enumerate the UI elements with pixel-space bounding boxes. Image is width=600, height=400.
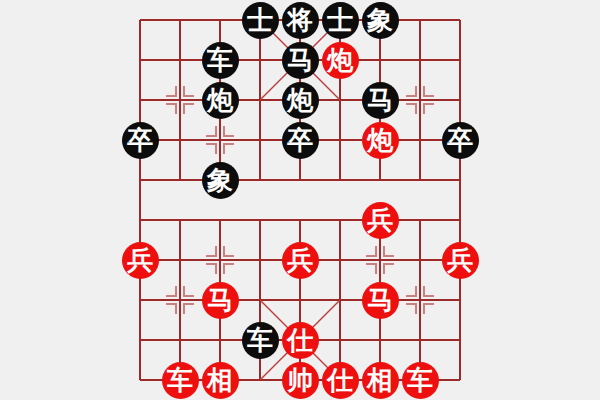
point-marker xyxy=(400,280,440,320)
red-soldier[interactable]: 兵 xyxy=(442,242,479,279)
black-chariot[interactable]: 车 xyxy=(242,322,279,359)
black-chariot[interactable]: 车 xyxy=(202,42,239,79)
red-horse[interactable]: 马 xyxy=(202,282,239,319)
black-soldier[interactable]: 卒 xyxy=(442,122,479,159)
red-cannon[interactable]: 炮 xyxy=(322,42,359,79)
black-advisor[interactable]: 士 xyxy=(322,2,359,39)
xiangqi-board: 士将士象车马炮炮炮马卒卒炮卒象兵兵兵兵马马车仕车相帅仕相车 xyxy=(120,0,480,400)
black-elephant[interactable]: 象 xyxy=(202,162,239,199)
red-advisor[interactable]: 仕 xyxy=(322,362,359,399)
point-marker xyxy=(160,280,200,320)
red-elephant[interactable]: 相 xyxy=(202,362,239,399)
red-cannon[interactable]: 炮 xyxy=(362,122,399,159)
red-chariot[interactable]: 车 xyxy=(162,362,199,399)
black-general[interactable]: 将 xyxy=(282,2,319,39)
red-soldier[interactable]: 兵 xyxy=(282,242,319,279)
black-elephant[interactable]: 象 xyxy=(362,2,399,39)
point-marker xyxy=(400,80,440,120)
black-soldier[interactable]: 卒 xyxy=(282,122,319,159)
red-general[interactable]: 帅 xyxy=(282,362,319,399)
xiangqi-app: 士将士象车马炮炮炮马卒卒炮卒象兵兵兵兵马马车仕车相帅仕相车 xyxy=(0,0,600,400)
point-marker xyxy=(160,80,200,120)
black-cannon[interactable]: 炮 xyxy=(202,82,239,119)
black-cannon[interactable]: 炮 xyxy=(282,82,319,119)
black-horse[interactable]: 马 xyxy=(362,82,399,119)
red-horse[interactable]: 马 xyxy=(362,282,399,319)
red-elephant[interactable]: 相 xyxy=(362,362,399,399)
red-soldier[interactable]: 兵 xyxy=(122,242,159,279)
black-soldier[interactable]: 卒 xyxy=(122,122,159,159)
black-advisor[interactable]: 士 xyxy=(242,2,279,39)
black-horse[interactable]: 马 xyxy=(282,42,319,79)
point-marker xyxy=(200,240,240,280)
red-soldier[interactable]: 兵 xyxy=(362,202,399,239)
point-marker xyxy=(200,120,240,160)
red-advisor[interactable]: 仕 xyxy=(282,322,319,359)
red-chariot[interactable]: 车 xyxy=(402,362,439,399)
point-marker xyxy=(360,240,400,280)
